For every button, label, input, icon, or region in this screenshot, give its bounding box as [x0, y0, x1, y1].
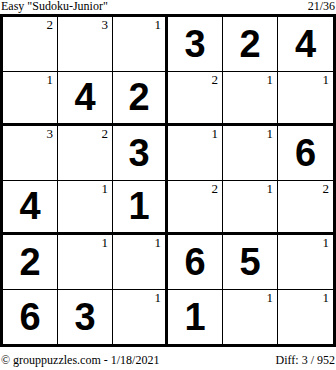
- cell-r2c3[interactable]: 2: [113, 72, 168, 127]
- given-digit: 3: [128, 134, 149, 172]
- cell-r5c6[interactable]: 1: [278, 235, 333, 290]
- cell-r2c4[interactable]: 2: [168, 72, 223, 127]
- given-digit: 2: [19, 243, 40, 281]
- pencil-mark: 2: [212, 73, 219, 87]
- pencil-mark: 3: [47, 127, 54, 141]
- given-digit: 3: [74, 298, 95, 336]
- pencil-mark: 1: [323, 73, 330, 87]
- pencil-mark: 1: [267, 182, 274, 196]
- pencil-mark: 3: [102, 18, 109, 32]
- cell-r2c2[interactable]: 4: [58, 72, 113, 127]
- copyright-text: © grouppuzzles.com - 1/18/2021: [1, 353, 159, 367]
- pencil-mark: 1: [267, 291, 274, 305]
- cell-r1c3[interactable]: 1: [113, 17, 168, 72]
- cell-r3c3[interactable]: 3: [113, 126, 168, 181]
- cell-r6c3[interactable]: 1: [113, 290, 168, 345]
- pencil-mark: 1: [155, 291, 162, 305]
- pencil-mark: 1: [323, 291, 330, 305]
- cell-r1c4[interactable]: 3: [168, 17, 223, 72]
- cell-r4c2[interactable]: 1: [58, 181, 113, 236]
- given-digit: 6: [19, 298, 40, 336]
- given-digit: 3: [184, 25, 205, 63]
- cell-r4c3[interactable]: 1: [113, 181, 168, 236]
- cell-r4c4[interactable]: 2: [168, 181, 223, 236]
- pencil-mark: 1: [102, 182, 109, 196]
- cell-r2c6[interactable]: 1: [278, 72, 333, 127]
- cell-r1c2[interactable]: 3: [58, 17, 113, 72]
- pencil-mark: 2: [47, 18, 54, 32]
- pencil-mark: 1: [267, 73, 274, 87]
- cell-r6c5[interactable]: 1: [223, 290, 278, 345]
- cell-r5c3[interactable]: 1: [113, 235, 168, 290]
- page-header: Easy "Sudoku-Junior" 21/36: [0, 0, 336, 14]
- cell-r1c5[interactable]: 2: [223, 17, 278, 72]
- pencil-mark: 1: [155, 236, 162, 250]
- cell-r3c6[interactable]: 6: [278, 126, 333, 181]
- cell-r4c5[interactable]: 1: [223, 181, 278, 236]
- cell-r3c1[interactable]: 3: [3, 126, 58, 181]
- given-digit: 6: [184, 243, 205, 281]
- pencil-mark: 1: [267, 127, 274, 141]
- cell-r3c2[interactable]: 2: [58, 126, 113, 181]
- given-digit: 4: [19, 187, 40, 225]
- given-digit: 6: [295, 134, 316, 172]
- cell-r5c2[interactable]: 1: [58, 235, 113, 290]
- cells-remaining-counter: 21/36: [308, 0, 335, 13]
- cell-r6c1[interactable]: 6: [3, 290, 58, 345]
- pencil-mark: 2: [323, 182, 330, 196]
- pencil-mark: 1: [155, 18, 162, 32]
- cell-r3c4[interactable]: 1: [168, 126, 223, 181]
- cell-r6c4[interactable]: 1: [168, 290, 223, 345]
- pencil-mark: 1: [102, 236, 109, 250]
- given-digit: 2: [128, 78, 149, 116]
- cell-r2c5[interactable]: 1: [223, 72, 278, 127]
- cell-r2c1[interactable]: 1: [3, 72, 58, 127]
- given-digit: 1: [128, 187, 149, 225]
- cell-r4c6[interactable]: 2: [278, 181, 333, 236]
- cell-r5c5[interactable]: 5: [223, 235, 278, 290]
- puzzle-title: Easy "Sudoku-Junior": [1, 0, 108, 13]
- cell-r6c2[interactable]: 3: [58, 290, 113, 345]
- cell-r5c4[interactable]: 6: [168, 235, 223, 290]
- pencil-mark: 2: [102, 127, 109, 141]
- pencil-mark: 1: [47, 73, 54, 87]
- given-digit: 4: [74, 78, 95, 116]
- given-digit: 2: [239, 25, 260, 63]
- cell-r3c5[interactable]: 1: [223, 126, 278, 181]
- given-digit: 1: [184, 298, 205, 336]
- pencil-mark: 2: [212, 182, 219, 196]
- page-footer: © grouppuzzles.com - 1/18/2021 Diff: 3 /…: [0, 347, 336, 370]
- cell-r4c1[interactable]: 4: [3, 181, 58, 236]
- given-digit: 4: [295, 25, 316, 63]
- cell-r6c6[interactable]: 1: [278, 290, 333, 345]
- sudoku-page: Easy "Sudoku-Junior" 21/36 2313241422113…: [0, 0, 336, 370]
- cell-r1c1[interactable]: 2: [3, 17, 58, 72]
- difficulty-text: Diff: 3 / 952: [276, 353, 335, 367]
- sudoku-grid: 231324142211323116411212211651631111: [0, 14, 336, 347]
- given-digit: 5: [239, 243, 260, 281]
- cell-r5c1[interactable]: 2: [3, 235, 58, 290]
- pencil-mark: 1: [323, 236, 330, 250]
- cell-r1c6[interactable]: 4: [278, 17, 333, 72]
- pencil-mark: 1: [212, 127, 219, 141]
